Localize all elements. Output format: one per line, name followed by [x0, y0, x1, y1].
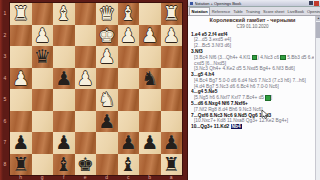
black-bishop[interactable]: ♝: [120, 154, 137, 176]
black-rook[interactable]: ♜: [12, 154, 29, 176]
square-c4[interactable]: [118, 68, 140, 90]
rank-label-6: 6: [0, 111, 10, 133]
file-label-h: h: [10, 174, 32, 180]
square-f4[interactable]: ♟: [53, 68, 75, 90]
move-text[interactable]: [5.Ng5 h6 6.Nxf7 Kxf7 7.Bc4+ d5: [194, 95, 265, 100]
white-pawn[interactable]: ♟: [12, 68, 29, 90]
chess-app-window: 12345678 ♜♝♛♝♜♟♚♟♟♟♛♟♟♟♟♞♞♟♟♟♟♟♟♜♝♚♝♜ hg…: [0, 0, 320, 180]
panel-title: Notation + Openings Book: [195, 1, 309, 6]
square-e1[interactable]: [75, 3, 97, 25]
black-king[interactable]: ♚: [77, 154, 94, 176]
white-bishop[interactable]: ♝: [55, 3, 72, 25]
rank-label-2: 2: [0, 25, 10, 47]
move-text[interactable]: [3.Nc3 Qh4+ 4.Ke2 d5 5.Nxd5 Bg4+ 6.Nf3 B…: [194, 66, 295, 71]
square-b8[interactable]: [139, 154, 161, 176]
tab-reference[interactable]: Reference: [210, 8, 231, 15]
move-text[interactable]: 3.Nf3: [191, 49, 203, 54]
square-d5[interactable]: ♞: [96, 89, 118, 111]
square-g1[interactable]: [32, 3, 54, 25]
board-frame: 12345678 ♜♝♛♝♜♟♚♟♟♟♛♟♟♟♟♞♞♟♟♟♟♟♟♜♝♚♝♜ hg…: [0, 0, 187, 180]
notation-content: Королевский гамбит - черными C39 01.10.2…: [188, 16, 315, 180]
white-pawn[interactable]: ♟: [163, 25, 180, 47]
square-f8[interactable]: ♝: [53, 154, 75, 176]
square-c7[interactable]: ♟: [118, 132, 140, 154]
move-text[interactable]: 5.Bb3 d5 6.exd5: [286, 55, 314, 60]
move-text[interactable]: 10...Qg3+ 11.Kd2: [191, 124, 231, 129]
move-text[interactable]: [3.Bc4 Nf6 (3...Qh4+ 4.Kf1: [194, 55, 252, 60]
close-icon[interactable]: [314, 1, 319, 6]
square-a2[interactable]: ♟: [161, 25, 183, 47]
file-label-b: b: [139, 174, 161, 180]
square-b6[interactable]: [139, 111, 161, 133]
move-text[interactable]: 7...Qxf6 8.Nc3 Nc6 9.Nd5 Qg6 10.d3: [191, 113, 271, 118]
white-rook[interactable]: ♜: [163, 3, 180, 25]
move-text[interactable]: [4.Bc4 Bg7 5.0-0 d6 6.d4 Nc6 7.Nc3 (7.c3…: [194, 78, 306, 83]
square-e5[interactable]: [75, 89, 97, 111]
square-b4[interactable]: ♞: [139, 68, 161, 90]
black-pawn[interactable]: ♟: [55, 132, 72, 154]
opening-title: Королевский гамбит - черными: [191, 17, 314, 24]
selected-move[interactable]: Nb4: [231, 124, 242, 129]
tab-livebook[interactable]: LiveBook: [286, 8, 305, 15]
black-knight[interactable]: ♞: [141, 68, 158, 90]
scroll-thumb[interactable]: [316, 22, 320, 38]
file-label-a: a: [161, 174, 183, 180]
square-f1[interactable]: ♝: [53, 3, 75, 25]
square-c2[interactable]: ♟: [118, 25, 140, 47]
square-h1[interactable]: ♜: [10, 3, 32, 25]
notation-moves: 1.e4 e5 2.f4 exf4[2...d5 3.exd5 e4][2...…: [191, 32, 314, 131]
square-d1[interactable]: ♛: [96, 3, 118, 25]
white-rook[interactable]: ♜: [12, 3, 29, 25]
square-d2[interactable]: ♚: [96, 25, 118, 47]
white-king[interactable]: ♚: [98, 25, 115, 47]
black-pawn[interactable]: ♟: [141, 132, 158, 154]
square-e8[interactable]: ♚: [75, 154, 97, 176]
tab-bar: NotationReferenceTableTrainingScore shee…: [188, 7, 320, 16]
scrollbar[interactable]: ▲: [315, 16, 320, 180]
rank-label-5: 5: [0, 89, 10, 111]
white-pawn[interactable]: ♟: [34, 25, 51, 47]
square-a1[interactable]: ♜: [161, 3, 183, 25]
white-pawn[interactable]: ♟: [120, 25, 137, 47]
square-h4[interactable]: ♟: [10, 68, 32, 90]
white-knight[interactable]: ♞: [98, 89, 115, 111]
move-text[interactable]: ]: [271, 95, 272, 100]
square-g7[interactable]: [32, 132, 54, 154]
square-g3[interactable]: ♛: [32, 46, 54, 68]
move-text[interactable]: ) 4.Nc3 c6: [257, 55, 280, 60]
square-d4[interactable]: [96, 68, 118, 90]
file-label-g: g: [32, 174, 54, 180]
square-b1[interactable]: [139, 3, 161, 25]
black-queen[interactable]: ♛: [34, 46, 51, 68]
square-d8[interactable]: [96, 154, 118, 176]
mouse-cursor-icon: [261, 110, 269, 120]
tab-table[interactable]: Table: [232, 8, 245, 15]
square-f2[interactable]: [53, 25, 75, 47]
rank-label-7: 7: [0, 132, 10, 154]
square-b7[interactable]: ♟: [139, 132, 161, 154]
move-text[interactable]: [4.d4 Bg7 5.Nc3 d6 6.Bc4 h6 7.0-0 Nc6]: [194, 84, 279, 89]
square-g6[interactable]: [32, 111, 54, 133]
square-g2[interactable]: ♟: [32, 25, 54, 47]
move-text[interactable]: [2...Bc5 3.Nf3 d6]: [194, 43, 231, 48]
tab-openings-book[interactable]: Openings Book: [305, 8, 320, 15]
square-g5[interactable]: [32, 89, 54, 111]
black-bishop[interactable]: ♝: [55, 154, 72, 176]
square-f6[interactable]: [53, 111, 75, 133]
black-pawn[interactable]: ♟: [163, 132, 180, 154]
eco-and-date: C39 01.10.2020: [191, 24, 314, 30]
rank-labels: 12345678: [0, 3, 10, 175]
file-label-f: f: [53, 174, 75, 180]
move-text[interactable]: cxd5 [6...Nxd5]: [194, 61, 226, 66]
square-e4[interactable]: ♟: [75, 68, 97, 90]
square-c3[interactable]: [118, 46, 140, 68]
move-text[interactable]: [10.Nxc7+ Kd8 11.Nxa8 Qg3+ 12.Ke2 Bg4+]: [194, 118, 288, 123]
white-pawn[interactable]: ♟: [98, 46, 115, 68]
square-e6[interactable]: [75, 111, 97, 133]
square-f3[interactable]: [53, 46, 75, 68]
square-a5[interactable]: [161, 89, 183, 111]
square-h2[interactable]: [10, 25, 32, 47]
rank-label-3: 3: [0, 46, 10, 68]
move-text[interactable]: 3...g5 4.h4: [191, 72, 214, 77]
black-pawn[interactable]: ♟: [55, 68, 72, 90]
square-h8[interactable]: ♜: [10, 154, 32, 176]
square-c6[interactable]: [118, 111, 140, 133]
square-e2[interactable]: [75, 25, 97, 47]
file-labels: hgfedcba: [10, 174, 182, 180]
square-a6[interactable]: [161, 111, 183, 133]
file-label-d: d: [96, 174, 118, 180]
white-queen[interactable]: ♛: [98, 3, 115, 25]
white-pawn[interactable]: ♟: [141, 25, 158, 47]
scroll-up-arrow-icon[interactable]: ▲: [316, 16, 320, 21]
tab-score-sheet[interactable]: Score sheet: [262, 8, 286, 15]
square-g8[interactable]: [32, 154, 54, 176]
tab-notation[interactable]: Notation: [189, 7, 210, 15]
rank-label-1: 1: [0, 3, 10, 25]
square-d3[interactable]: ♟: [96, 46, 118, 68]
pin-icon[interactable]: [309, 1, 313, 5]
square-b3[interactable]: [139, 46, 161, 68]
black-pawn[interactable]: ♟: [120, 132, 137, 154]
square-f7[interactable]: ♟: [53, 132, 75, 154]
square-f5[interactable]: [53, 89, 75, 111]
move-text[interactable]: [7.Nf2 Rg8 8.d4 Bh6 9.Nc3 Nc6]: [194, 107, 263, 112]
move-text[interactable]: [2...d5 3.exd5 e4]: [194, 37, 231, 42]
black-pawn[interactable]: ♟: [12, 132, 29, 154]
window-icon: [190, 2, 193, 5]
tab-training[interactable]: Training: [244, 8, 261, 15]
move-text[interactable]: 5...d6 6.Nxg4 Nf6 7.Nxf6+: [191, 101, 248, 106]
panel-titlebar[interactable]: Notation + Openings Book: [188, 0, 320, 7]
square-h6[interactable]: [10, 111, 32, 133]
square-h3[interactable]: [10, 46, 32, 68]
square-d7[interactable]: [96, 132, 118, 154]
rank-label-8: 8: [0, 154, 10, 176]
square-e3[interactable]: [75, 46, 97, 68]
notation-panel: Notation + Openings Book NotationReferen…: [187, 0, 320, 180]
file-label-c: c: [118, 174, 140, 180]
file-label-e: e: [75, 174, 97, 180]
move-text[interactable]: 1.e4 e5 2.f4 exf4: [191, 32, 228, 37]
square-c1[interactable]: ♝: [118, 3, 140, 25]
move-text[interactable]: 4...g4 5.Ne5: [191, 89, 217, 94]
square-a3[interactable]: [161, 46, 183, 68]
rank-label-4: 4: [0, 68, 10, 90]
white-pawn[interactable]: ♟: [77, 68, 94, 90]
square-b2[interactable]: ♟: [139, 25, 161, 47]
square-c5[interactable]: [118, 89, 140, 111]
square-a7[interactable]: ♟: [161, 132, 183, 154]
square-h7[interactable]: ♟: [10, 132, 32, 154]
chess-board[interactable]: ♜♝♛♝♜♟♚♟♟♟♛♟♟♟♟♞♞♟♟♟♟♟♟♜♝♚♝♜: [10, 3, 182, 175]
square-c8[interactable]: ♝: [118, 154, 140, 176]
square-e7[interactable]: [75, 132, 97, 154]
square-a8[interactable]: ♜: [161, 154, 183, 176]
square-a4[interactable]: [161, 68, 183, 90]
square-h5[interactable]: [10, 89, 32, 111]
white-bishop[interactable]: ♝: [120, 3, 137, 25]
black-pawn[interactable]: ♟: [98, 111, 115, 133]
square-d6[interactable]: ♟: [96, 111, 118, 133]
square-g4[interactable]: [32, 68, 54, 90]
black-rook[interactable]: ♜: [163, 154, 180, 176]
square-b5[interactable]: [139, 89, 161, 111]
mainline-moves[interactable]: 10...Qg3+ 11.Kd2 Nb4: [191, 124, 314, 130]
